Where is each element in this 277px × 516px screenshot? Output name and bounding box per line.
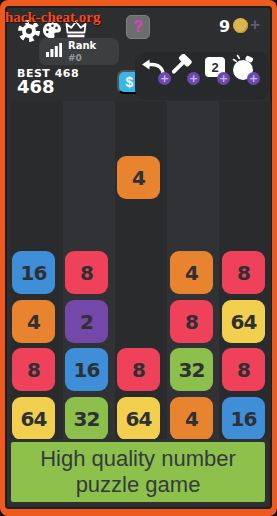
- coin-icon: [233, 18, 248, 33]
- add-coins-button[interactable]: +: [250, 15, 260, 35]
- rank-panel[interactable]: Rank #0: [39, 38, 119, 65]
- stack-tile-16-r0c0[interactable]: 16: [12, 251, 55, 294]
- stack-tile-64-r3c2[interactable]: 64: [117, 397, 160, 440]
- stack-tile-8-r0c1[interactable]: 8: [65, 251, 108, 294]
- current-score: 468: [17, 76, 55, 97]
- falling-tile-4[interactable]: 4: [117, 156, 160, 199]
- stack-tile-32-r3c1[interactable]: 32: [65, 397, 108, 440]
- dollar-icon: $: [126, 74, 134, 90]
- promo-banner: High quality number puzzle game: [8, 439, 268, 505]
- stack-tile-4-r0c3[interactable]: 4: [170, 251, 213, 294]
- stack-tile-2-r1c1[interactable]: 2: [65, 300, 108, 343]
- stack-tile-16-r3c4[interactable]: 16: [222, 397, 265, 440]
- hack-cheat-frame: 416848428648168328643264416 hack-cheat.o…: [0, 0, 277, 516]
- stack-tile-64-r3c0[interactable]: 64: [12, 397, 55, 440]
- board: 416848428648168328643264416: [5, 101, 272, 439]
- question-mark-icon: ?: [133, 18, 143, 36]
- game-screen: 416848428648168328643264416 hack-cheat.o…: [5, 6, 272, 509]
- banner-line1: High quality number: [40, 446, 236, 472]
- gear-icon: [17, 31, 41, 46]
- bomb-plus-badge[interactable]: +: [247, 72, 260, 85]
- coin-count: 9: [219, 17, 230, 36]
- banner-line2: puzzle game: [76, 472, 201, 498]
- stack-tile-8-r2c0[interactable]: 8: [12, 348, 55, 391]
- stack-tile-32-r2c3[interactable]: 32: [170, 348, 213, 391]
- stack-tile-4-r1c0[interactable]: 4: [12, 300, 55, 343]
- rank-value: #0: [68, 53, 96, 63]
- help-button[interactable]: ?: [126, 15, 150, 39]
- stack-tile-8-r2c2[interactable]: 8: [117, 348, 160, 391]
- bar-chart-icon: [46, 42, 62, 61]
- stack-tile-8-r1c3[interactable]: 8: [170, 300, 213, 343]
- stack-tile-8-r0c4[interactable]: 8: [222, 251, 265, 294]
- watermark-text: hack-cheat.org: [5, 9, 100, 26]
- stack-tile-64-r1c4[interactable]: 64: [222, 300, 265, 343]
- stack-tile-4-r3c3[interactable]: 4: [170, 397, 213, 440]
- hammer-plus-badge[interactable]: +: [187, 72, 200, 85]
- stack-tile-16-r2c1[interactable]: 16: [65, 348, 108, 391]
- rank-label: Rank: [68, 41, 96, 51]
- stack-tile-8-r2c4[interactable]: 8: [222, 348, 265, 391]
